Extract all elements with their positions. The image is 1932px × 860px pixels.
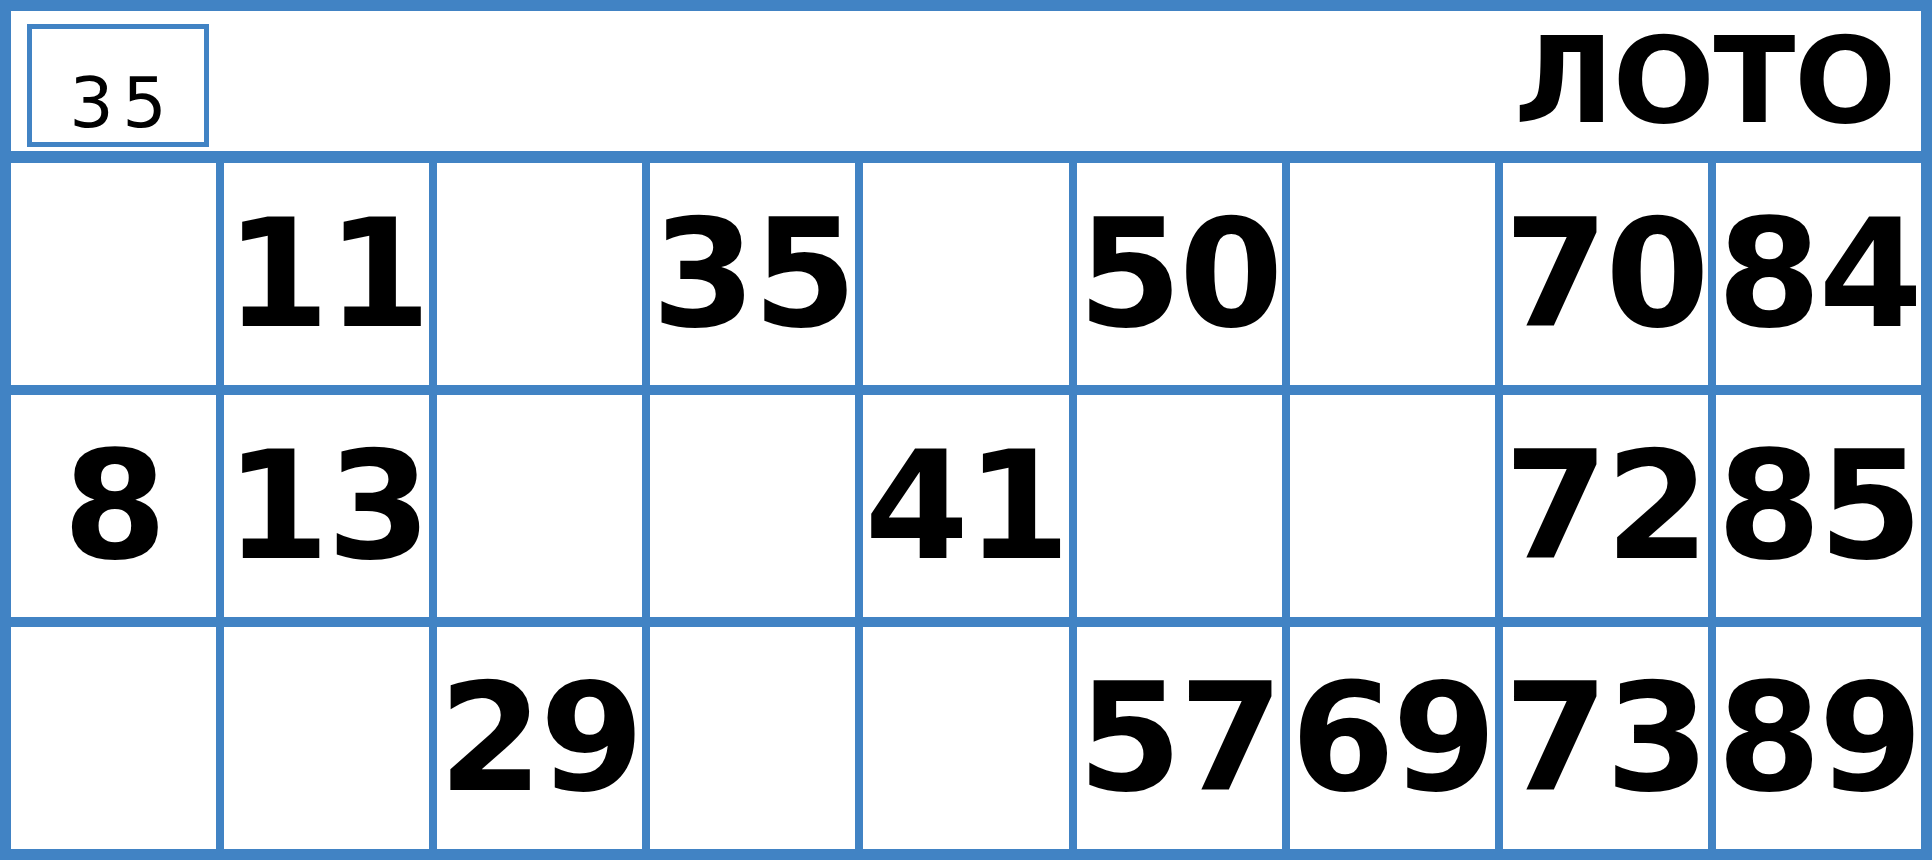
grid-cell-number[interactable]: 84 [1716,163,1921,385]
lotto-grid: 11355070848134172852957697389 [11,151,1921,849]
grid-cell-empty[interactable] [1290,163,1495,385]
grid-cell-number[interactable]: 85 [1716,395,1921,617]
grid-cell-number[interactable]: 73 [1503,627,1708,849]
grid-cell-empty[interactable] [650,627,855,849]
card-number: 35 [69,68,175,138]
grid-cell-number[interactable]: 41 [863,395,1068,617]
grid-cell-empty[interactable] [224,627,429,849]
grid-cell-empty[interactable] [437,163,642,385]
grid-cell-number[interactable]: 8 [11,395,216,617]
grid-cell-number[interactable]: 13 [224,395,429,617]
grid-cell-number[interactable]: 29 [437,627,642,849]
grid-cell-empty[interactable] [437,395,642,617]
grid-cell-empty[interactable] [1077,395,1282,617]
grid-cell-number[interactable]: 89 [1716,627,1921,849]
grid-cell-empty[interactable] [863,627,1068,849]
lotto-card: 35 ЛОТО 11355070848134172852957697389 [0,0,1932,860]
grid-cell-empty[interactable] [11,163,216,385]
card-title: ЛОТО [1514,21,1921,141]
grid-cell-number[interactable]: 70 [1503,163,1708,385]
grid-cell-number[interactable]: 35 [650,163,855,385]
grid-cell-number[interactable]: 72 [1503,395,1708,617]
card-header: 35 ЛОТО [11,11,1921,151]
grid-cell-number[interactable]: 57 [1077,627,1282,849]
grid-cell-number[interactable]: 11 [224,163,429,385]
grid-cell-empty[interactable] [11,627,216,849]
grid-cell-number[interactable]: 50 [1077,163,1282,385]
grid-cell-empty[interactable] [863,163,1068,385]
grid-cell-empty[interactable] [650,395,855,617]
grid-cell-empty[interactable] [1290,395,1495,617]
grid-cell-number[interactable]: 69 [1290,627,1495,849]
card-number-box: 35 [27,24,209,147]
